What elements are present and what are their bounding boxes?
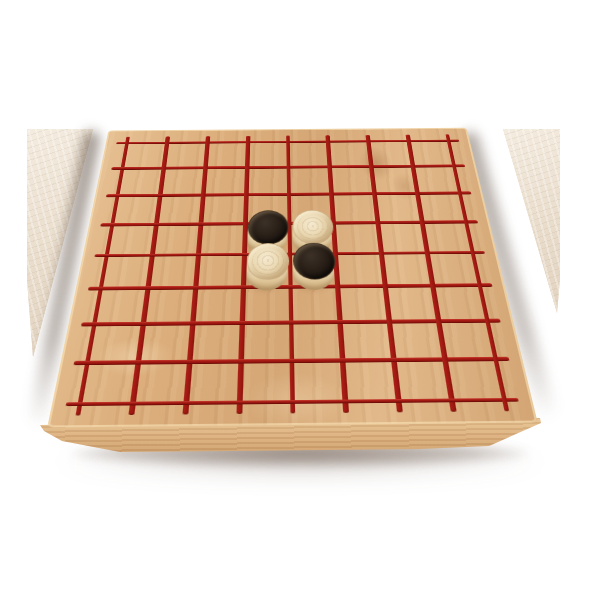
square-e1[interactable] (288, 142, 330, 167)
square-f3[interactable] (332, 192, 378, 220)
square-g8[interactable] (394, 360, 452, 400)
square-a3[interactable] (113, 194, 161, 222)
square-f5[interactable] (336, 253, 386, 290)
square-g6[interactable] (386, 289, 439, 324)
square-d7[interactable] (241, 325, 292, 363)
square-h4[interactable] (422, 219, 473, 253)
square-h8[interactable] (445, 360, 505, 400)
square-h6[interactable] (433, 289, 488, 324)
square-a4[interactable] (107, 221, 157, 255)
square-b7[interactable] (138, 326, 192, 364)
square-g2[interactable] (371, 166, 417, 192)
square-h3[interactable] (417, 191, 466, 219)
square-b2[interactable] (161, 167, 206, 194)
square-a2[interactable] (118, 167, 164, 194)
square-h2[interactable] (413, 165, 460, 191)
square-b6[interactable] (143, 291, 195, 326)
square-c3[interactable] (201, 193, 246, 221)
square-c7[interactable] (190, 325, 242, 363)
square-f2[interactable] (330, 166, 374, 192)
square-a6[interactable] (94, 291, 148, 326)
square-c5[interactable] (195, 254, 244, 291)
square-e5[interactable]: ● (290, 254, 338, 291)
square-b5[interactable] (148, 255, 199, 292)
game-board: ●○○● (47, 128, 537, 428)
square-c1[interactable] (206, 142, 248, 167)
square-d1[interactable] (247, 142, 288, 167)
piece-black-e5[interactable]: ● (293, 254, 335, 291)
square-g7[interactable] (390, 323, 445, 361)
square-b8[interactable] (133, 363, 189, 404)
square-f4[interactable] (333, 220, 381, 254)
square-e7[interactable] (291, 324, 343, 362)
square-g1[interactable] (368, 141, 412, 166)
square-c2[interactable] (203, 167, 247, 193)
square-h5[interactable] (427, 252, 480, 289)
square-b4[interactable] (153, 221, 202, 255)
square-b1[interactable] (164, 142, 208, 167)
square-f6[interactable] (338, 289, 389, 324)
piece-white-d5[interactable]: ○ (246, 254, 288, 291)
square-d6[interactable] (242, 290, 291, 325)
square-d5[interactable]: ○ (243, 254, 291, 291)
square-e2[interactable] (288, 166, 331, 192)
square-c4[interactable] (198, 221, 245, 255)
square-a1[interactable] (123, 143, 168, 168)
square-g3[interactable] (374, 192, 421, 220)
square-d2[interactable] (246, 166, 289, 192)
square-f7[interactable] (340, 324, 393, 362)
square-h1[interactable] (409, 141, 454, 166)
square-b3[interactable] (157, 193, 203, 221)
board-photo-scene: ●○○● (0, 0, 600, 600)
square-g4[interactable] (378, 219, 428, 253)
square-e6[interactable] (291, 290, 341, 325)
square-c8[interactable] (186, 362, 240, 403)
square-h7[interactable] (439, 323, 496, 360)
square-d8[interactable] (240, 362, 293, 403)
square-g5[interactable] (381, 253, 433, 290)
grid-lines (108, 128, 466, 131)
square-a5[interactable] (100, 255, 152, 292)
square-a7[interactable] (87, 326, 143, 364)
square-a8[interactable] (80, 363, 139, 404)
square-f1[interactable] (328, 141, 371, 166)
square-c6[interactable] (193, 291, 243, 326)
board-grid: ●○○● (80, 141, 505, 404)
square-f8[interactable] (343, 361, 399, 401)
square-e8[interactable] (292, 361, 346, 402)
